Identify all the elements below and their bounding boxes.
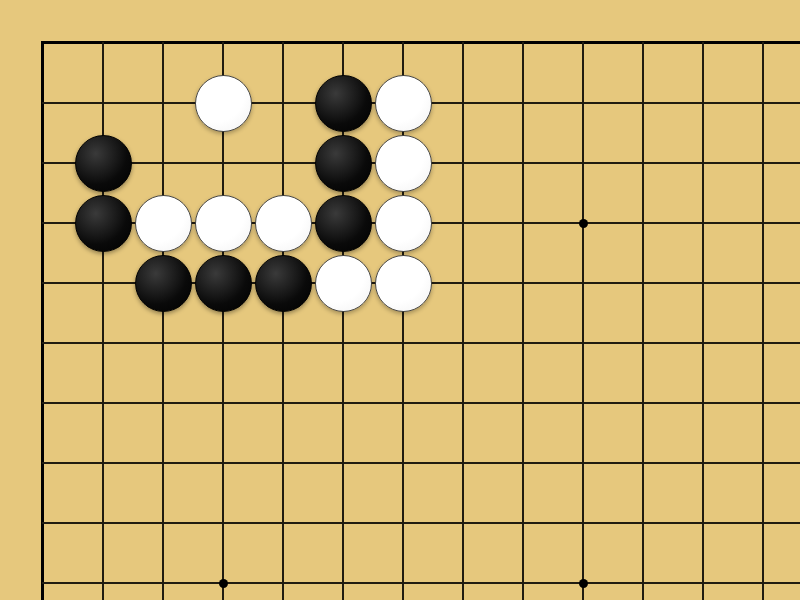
black-stone [75,195,132,252]
black-stone [315,75,372,132]
white-stone [315,255,372,312]
white-stone [375,195,432,252]
black-stone [255,255,312,312]
black-stone [315,195,372,252]
go-board[interactable] [0,0,800,600]
white-stone [375,135,432,192]
white-stone [195,75,252,132]
black-stone [195,255,252,312]
white-stone [195,195,252,252]
stones-layer [13,13,793,600]
star-point [579,219,588,228]
star-point [579,579,588,588]
star-point [219,579,228,588]
white-stone [375,255,432,312]
black-stone [315,135,372,192]
white-stone [255,195,312,252]
white-stone [375,75,432,132]
black-stone [75,135,132,192]
white-stone [135,195,192,252]
black-stone [135,255,192,312]
